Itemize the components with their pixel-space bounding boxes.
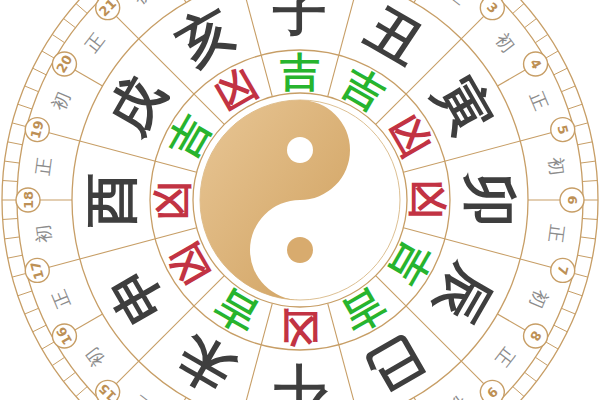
subhour-label-3: 初	[492, 29, 520, 56]
subhour-label-2: 正	[444, 0, 471, 8]
quarter-tick	[513, 387, 524, 397]
quarter-tick	[8, 142, 23, 145]
hour-divider	[414, 0, 442, 3]
quarter-tick	[52, 357, 64, 365]
quarter-tick	[5, 237, 20, 239]
quarter-tick	[18, 291, 32, 296]
yinyang-symbol	[200, 100, 400, 300]
wheel-svg: 吉吉凶凶吉吉凶吉凶凶吉凶 子丑寅卯辰巳午未申酉戌亥 初正初正初正初正初正初正初正…	[0, 0, 600, 400]
quarter-tick	[33, 325, 46, 332]
subhour-label-8: 正	[492, 344, 520, 371]
quarter-tick	[578, 255, 593, 258]
luck-label-mao: 凶	[405, 180, 451, 220]
quarter-tick	[568, 104, 582, 109]
subhour-label-6: 正	[545, 224, 568, 245]
quarter-tick	[25, 308, 39, 314]
branch-label-wu: 午	[273, 358, 329, 400]
yinyang-gold-dot	[287, 237, 313, 263]
subhour-label-7: 初	[526, 287, 552, 312]
subhour-label-15: 初	[81, 344, 109, 371]
quarter-tick	[76, 4, 87, 14]
quarter-tick	[535, 34, 547, 42]
subhour-label-19: 初	[48, 89, 74, 114]
quarter-tick	[535, 357, 547, 365]
quarter-tick	[25, 86, 39, 92]
quarter-tick	[545, 51, 558, 59]
subhour-label-17: 初	[32, 224, 55, 245]
quarter-tick	[52, 34, 64, 42]
quarter-tick	[12, 273, 26, 277]
hour-divider	[159, 0, 187, 3]
quarter-tick	[573, 273, 587, 277]
branch-label-zi: 子	[272, 0, 327, 43]
quarter-tick	[525, 372, 537, 381]
quarter-tick	[554, 68, 567, 75]
quarter-tick	[8, 255, 23, 258]
subhour-label-21: 初	[129, 0, 156, 8]
quarter-tick	[581, 237, 596, 239]
luck-label-wu: 凶	[280, 305, 320, 351]
luck-label-you: 凶	[149, 180, 195, 220]
hour-number-18: 18	[21, 191, 36, 209]
quarter-tick	[3, 181, 18, 182]
subhour-label-18: 正	[32, 156, 55, 177]
yinyang-white-dot	[287, 137, 313, 163]
quarter-tick	[573, 123, 587, 127]
quarter-tick	[64, 19, 76, 28]
quarter-tick	[42, 51, 55, 59]
subhour-label-20: 正	[81, 29, 109, 56]
quarter-tick	[582, 181, 597, 182]
quarter-tick	[12, 123, 26, 127]
hour-number-6: 6	[565, 195, 580, 204]
quarter-tick	[76, 387, 87, 397]
quarter-tick	[578, 142, 593, 145]
quarter-tick	[18, 104, 32, 109]
subhour-label-16: 正	[48, 287, 74, 312]
luck-label-zi: 吉	[280, 49, 320, 95]
quarter-tick	[568, 291, 582, 296]
subhour-label-4: 正	[526, 89, 552, 114]
quarter-tick	[545, 342, 558, 350]
quarter-tick	[582, 219, 597, 220]
quarter-tick	[554, 325, 567, 332]
quarter-tick	[561, 308, 575, 314]
subhour-label-5: 初	[545, 156, 568, 177]
hour-luck-wheel: 吉吉凶凶吉吉凶吉凶凶吉凶 子丑寅卯辰巳午未申酉戌亥 初正初正初正初正初正初正初正…	[0, 0, 600, 400]
quarter-tick	[5, 161, 20, 163]
subhour-label-9: 初	[444, 392, 471, 400]
subhour-label-14: 正	[129, 392, 156, 400]
quarter-tick	[513, 4, 524, 14]
branch-label-you: 酉	[80, 173, 143, 228]
branch-label-mao: 卯	[458, 172, 521, 227]
quarter-tick	[561, 86, 575, 92]
quarter-tick	[3, 219, 18, 220]
quarter-tick	[64, 372, 76, 381]
quarter-tick	[525, 19, 537, 28]
quarter-tick	[581, 161, 596, 163]
quarter-tick	[42, 342, 55, 350]
quarter-tick	[33, 68, 46, 75]
